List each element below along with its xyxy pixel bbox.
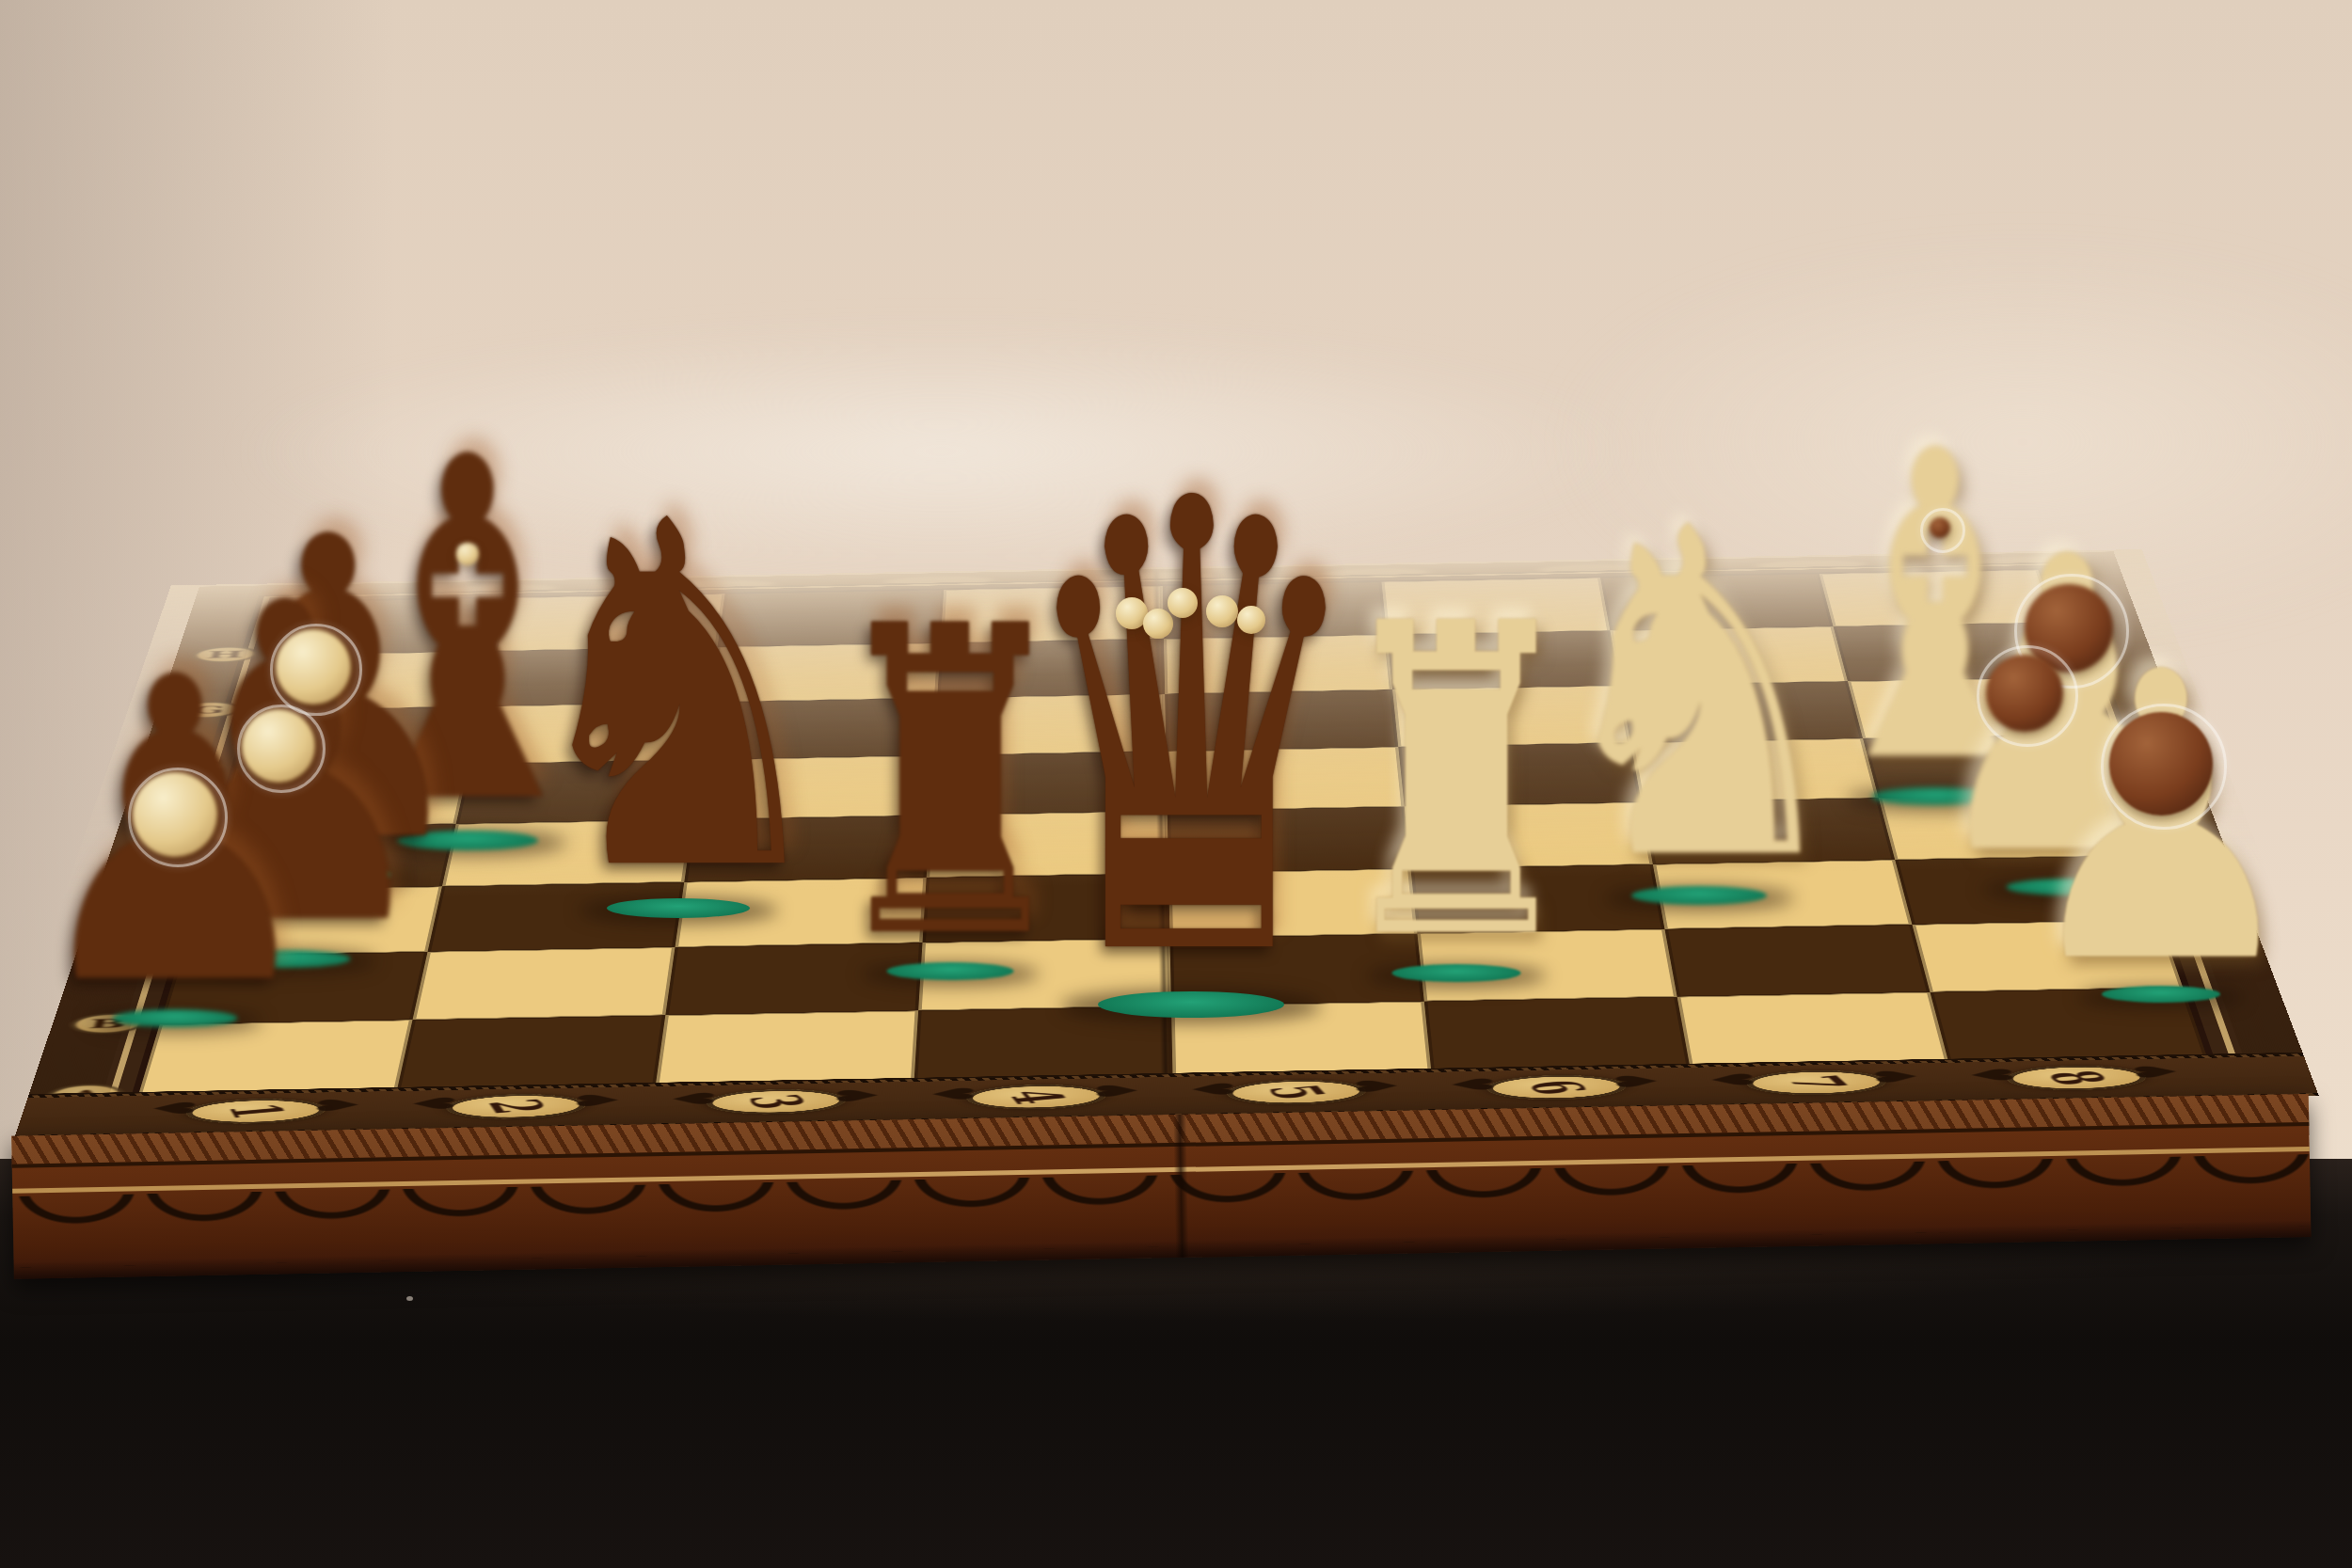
photo-scene: ABCDEFGH 1♥♥2♥♥3♥♥4♥♥5♥♥6♥♥7♥♥8♥♥ ♟♟♟♝♞♜… [0, 0, 2352, 1568]
edit-artifact-overlays [0, 0, 2352, 1568]
brown-ball-head [1930, 517, 1950, 538]
cream-ball-head [242, 709, 315, 783]
brown-ball-head [2109, 712, 2213, 816]
cream-ball-head [276, 629, 351, 705]
brown-ball-head [1986, 655, 2063, 732]
cream-ball-head [1237, 606, 1265, 634]
cream-ball-head [1143, 609, 1173, 639]
cream-ball-head [1168, 588, 1198, 618]
cream-ball-head [133, 772, 217, 857]
cream-ball-head [1206, 595, 1238, 627]
cream-ball-head [456, 543, 479, 565]
